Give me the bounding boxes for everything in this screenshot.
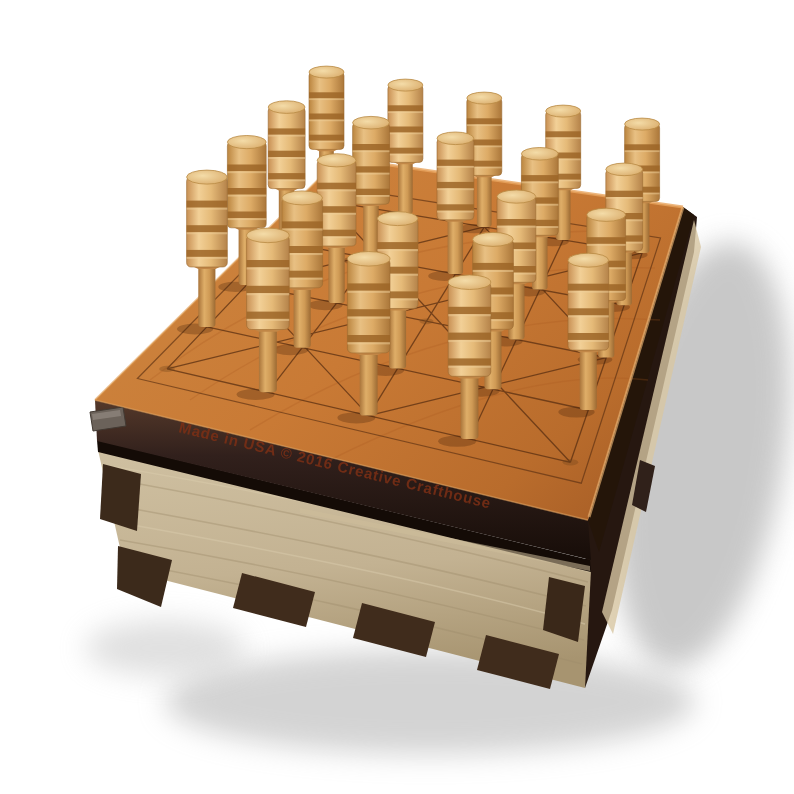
peg-top [473, 232, 514, 246]
peg-top [521, 148, 558, 161]
peg-shaft [461, 370, 479, 439]
peg-top [282, 191, 323, 205]
peg-top [268, 101, 305, 114]
peg-top [388, 79, 423, 91]
hole-4-4[interactable] [563, 459, 579, 465]
peg-top [437, 132, 474, 145]
cast-shadow-bottom [165, 650, 695, 754]
peg-shaft [198, 261, 215, 327]
peg-top [309, 66, 344, 78]
peg-top [347, 252, 390, 267]
peg-top [587, 208, 626, 221]
peg-top [227, 135, 266, 148]
peg-shaft [328, 240, 344, 303]
peg-top [317, 154, 356, 167]
peg-shaft [580, 344, 597, 410]
peg-shaft [363, 198, 379, 258]
peg-top [625, 118, 660, 130]
joint-block-left-1 [100, 464, 141, 531]
peg-top [247, 228, 290, 243]
peg-shaft [477, 170, 492, 227]
cast-shadow-left [85, 620, 245, 676]
peg-top [448, 275, 491, 290]
peg-shaft [389, 302, 406, 368]
peg-top [467, 92, 502, 104]
peg-top [606, 163, 643, 176]
peg-top [497, 190, 536, 203]
peg-shaft [294, 281, 311, 347]
peg-shaft [398, 157, 413, 214]
peg-shaft [259, 323, 277, 392]
peg-top [353, 116, 390, 129]
product-photo: Made in USA © 2016 Creative Crafthouse [0, 0, 794, 794]
hole-2-2[interactable] [419, 318, 433, 324]
peg-shaft [448, 214, 464, 274]
hole-4-0[interactable] [159, 366, 175, 372]
peg-top [568, 253, 609, 267]
peg-top [546, 105, 581, 117]
peg-top [187, 170, 228, 184]
peg-top [377, 212, 418, 226]
peg-shaft [360, 346, 378, 415]
